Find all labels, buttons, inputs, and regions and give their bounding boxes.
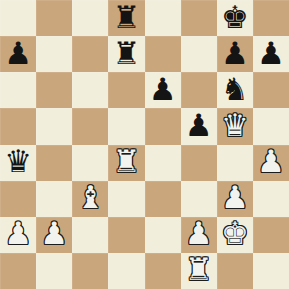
white-rook[interactable]: ♜ <box>113 146 141 177</box>
square-a4[interactable]: ♛ <box>0 145 36 181</box>
black-knight[interactable]: ♞ <box>221 74 249 105</box>
white-pawn[interactable]: ♟ <box>185 218 213 249</box>
square-h3[interactable] <box>253 181 289 217</box>
square-f2[interactable]: ♟ <box>181 217 217 253</box>
square-h8[interactable] <box>253 0 289 36</box>
square-h6[interactable] <box>253 72 289 108</box>
square-g4[interactable] <box>217 145 253 181</box>
white-pawn[interactable]: ♟ <box>221 182 249 213</box>
square-f7[interactable] <box>181 36 217 72</box>
chess-board: ♜♚♟♜♟♟♟♞♟♛♛♜♟♝♟♟♟♟♚♜ <box>0 0 289 289</box>
square-f1[interactable]: ♜ <box>181 253 217 289</box>
square-b2[interactable]: ♟ <box>36 217 72 253</box>
white-king[interactable]: ♚ <box>221 218 249 249</box>
square-h7[interactable]: ♟ <box>253 36 289 72</box>
square-c7[interactable] <box>72 36 108 72</box>
black-rook[interactable]: ♜ <box>113 38 141 69</box>
white-queen[interactable]: ♛ <box>221 110 249 141</box>
square-b7[interactable] <box>36 36 72 72</box>
square-a7[interactable]: ♟ <box>0 36 36 72</box>
square-e6[interactable]: ♟ <box>145 72 181 108</box>
square-e5[interactable] <box>145 108 181 144</box>
square-g2[interactable]: ♚ <box>217 217 253 253</box>
square-a3[interactable] <box>0 181 36 217</box>
square-d8[interactable]: ♜ <box>108 0 144 36</box>
square-c4[interactable] <box>72 145 108 181</box>
black-pawn[interactable]: ♟ <box>257 38 285 69</box>
square-f8[interactable] <box>181 0 217 36</box>
white-pawn[interactable]: ♟ <box>4 218 32 249</box>
black-pawn[interactable]: ♟ <box>185 110 213 141</box>
square-d2[interactable] <box>108 217 144 253</box>
square-g6[interactable]: ♞ <box>217 72 253 108</box>
square-e1[interactable] <box>145 253 181 289</box>
square-f3[interactable] <box>181 181 217 217</box>
square-h5[interactable] <box>253 108 289 144</box>
square-a5[interactable] <box>0 108 36 144</box>
square-g1[interactable] <box>217 253 253 289</box>
square-b5[interactable] <box>36 108 72 144</box>
square-h1[interactable] <box>253 253 289 289</box>
square-g5[interactable]: ♛ <box>217 108 253 144</box>
square-a8[interactable] <box>0 0 36 36</box>
square-g3[interactable]: ♟ <box>217 181 253 217</box>
square-d6[interactable] <box>108 72 144 108</box>
square-c1[interactable] <box>72 253 108 289</box>
square-d1[interactable] <box>108 253 144 289</box>
square-f6[interactable] <box>181 72 217 108</box>
square-f4[interactable] <box>181 145 217 181</box>
black-pawn[interactable]: ♟ <box>221 38 249 69</box>
white-pawn[interactable]: ♟ <box>257 146 285 177</box>
square-a6[interactable] <box>0 72 36 108</box>
white-pawn[interactable]: ♟ <box>40 218 68 249</box>
square-d7[interactable]: ♜ <box>108 36 144 72</box>
square-d4[interactable]: ♜ <box>108 145 144 181</box>
square-b1[interactable] <box>36 253 72 289</box>
square-c5[interactable] <box>72 108 108 144</box>
square-d3[interactable] <box>108 181 144 217</box>
square-e7[interactable] <box>145 36 181 72</box>
square-b6[interactable] <box>36 72 72 108</box>
square-c6[interactable] <box>72 72 108 108</box>
square-a1[interactable] <box>0 253 36 289</box>
white-bishop[interactable]: ♝ <box>76 182 104 213</box>
square-a2[interactable]: ♟ <box>0 217 36 253</box>
square-e8[interactable] <box>145 0 181 36</box>
square-b3[interactable] <box>36 181 72 217</box>
black-rook[interactable]: ♜ <box>113 2 141 33</box>
black-pawn[interactable]: ♟ <box>149 74 177 105</box>
white-rook[interactable]: ♜ <box>185 254 213 285</box>
square-b4[interactable] <box>36 145 72 181</box>
square-c8[interactable] <box>72 0 108 36</box>
square-h2[interactable] <box>253 217 289 253</box>
square-e2[interactable] <box>145 217 181 253</box>
black-king[interactable]: ♚ <box>221 2 249 33</box>
square-g7[interactable]: ♟ <box>217 36 253 72</box>
square-e4[interactable] <box>145 145 181 181</box>
square-h4[interactable]: ♟ <box>253 145 289 181</box>
square-d5[interactable] <box>108 108 144 144</box>
square-c2[interactable] <box>72 217 108 253</box>
black-pawn[interactable]: ♟ <box>4 38 32 69</box>
square-b8[interactable] <box>36 0 72 36</box>
square-g8[interactable]: ♚ <box>217 0 253 36</box>
square-c3[interactable]: ♝ <box>72 181 108 217</box>
black-queen[interactable]: ♛ <box>4 146 32 177</box>
square-f5[interactable]: ♟ <box>181 108 217 144</box>
square-e3[interactable] <box>145 181 181 217</box>
